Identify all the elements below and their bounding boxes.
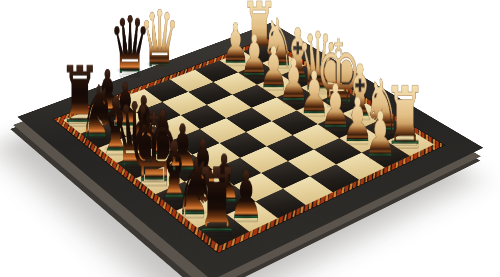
mosaic-border: ♜♞♝♛♚♝♞♜♟♟♟♟♟♟♟♟♟♟♟♟♟♟♟♟♜♞♝♛♚♝♞♜♛♛ [54,38,444,252]
black-rook[interactable]: ♜ [193,156,239,250]
product-photo: ♜♞♝♛♚♝♞♜♟♟♟♟♟♟♟♟♟♟♟♟♟♟♟♟♜♞♝♛♚♝♞♜♛♛ [0,0,500,277]
board-grid: ♜♞♝♛♚♝♞♜♟♟♟♟♟♟♟♟♟♟♟♟♟♟♟♟♜♞♝♛♚♝♞♜♛♛ [63,43,434,246]
board-frame: ♜♞♝♛♚♝♞♜♟♟♟♟♟♟♟♟♟♟♟♟♟♟♟♟♜♞♝♛♚♝♞♜♛♛ [17,23,483,277]
scene: ♜♞♝♛♚♝♞♜♟♟♟♟♟♟♟♟♟♟♟♟♟♟♟♟♜♞♝♛♚♝♞♜♛♛ [0,0,500,277]
white-pawn[interactable]: ♟ [364,103,396,169]
square-h4[interactable] [310,164,359,192]
chess-board: ♜♞♝♛♚♝♞♜♟♟♟♟♟♟♟♟♟♟♟♟♟♟♟♟♜♞♝♛♚♝♞♜♛♛ [17,23,483,277]
